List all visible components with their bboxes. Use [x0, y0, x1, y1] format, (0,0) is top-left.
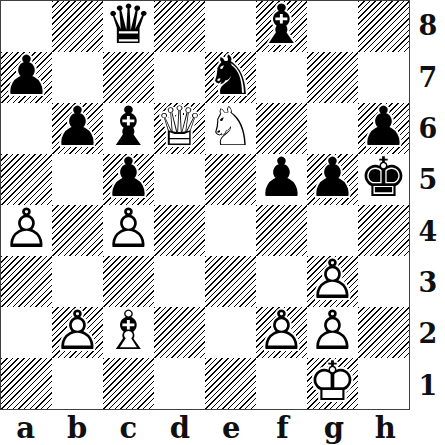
square-c8: ♛♛ — [103, 1, 154, 52]
square-b1 — [52, 358, 103, 409]
rank-label-8: 8 — [411, 0, 445, 51]
square-c3 — [103, 256, 154, 307]
square-d8 — [154, 1, 205, 52]
white-king-icon: ♔ — [308, 355, 356, 409]
square-f2: ♟♙ — [256, 307, 307, 358]
white-king: ♚♔ — [307, 358, 358, 409]
square-d3 — [154, 256, 205, 307]
black-pawn-halo: ♟ — [2, 49, 50, 103]
white-queen-icon: ♕ — [155, 100, 203, 154]
black-pawn: ♟♟ — [52, 103, 103, 154]
rank-label-2: 2 — [411, 308, 445, 359]
square-f8: ♝♝ — [256, 1, 307, 52]
square-b4 — [52, 205, 103, 256]
white-knight-icon: ♘ — [206, 100, 254, 154]
square-f1 — [256, 358, 307, 409]
rank-label-4: 4 — [411, 206, 445, 257]
black-knight-halo: ♞ — [206, 49, 254, 103]
square-e5 — [205, 154, 256, 205]
square-h8 — [358, 1, 409, 52]
file-label-f: f — [257, 411, 308, 445]
black-knight: ♞♞ — [205, 52, 256, 103]
black-bishop-icon: ♝ — [257, 0, 305, 52]
chess-diagram: ♛♛♝♝♟♟♞♞♟♟♝♝♛♕♞♘♟♟♟♟♟♟♟♟♚♚♟♙♟♙♟♙♟♙♝♗♟♙♟♙… — [0, 0, 445, 445]
rank-label-7: 7 — [411, 51, 445, 102]
black-pawn-halo: ♟ — [308, 151, 356, 205]
square-b5 — [52, 154, 103, 205]
white-pawn-halo: ♟ — [2, 202, 50, 256]
square-c6: ♝♝ — [103, 103, 154, 154]
square-e1 — [205, 358, 256, 409]
square-g3: ♟♙ — [307, 256, 358, 307]
square-a8 — [1, 1, 52, 52]
black-pawn-halo: ♟ — [359, 100, 407, 154]
square-a1 — [1, 358, 52, 409]
black-pawn-halo: ♟ — [53, 100, 101, 154]
white-king-halo: ♚ — [308, 355, 356, 409]
black-pawn-icon: ♟ — [359, 100, 407, 154]
square-h5: ♚♚ — [358, 154, 409, 205]
file-label-h: h — [360, 411, 411, 445]
square-d1 — [154, 358, 205, 409]
white-pawn: ♟♙ — [52, 307, 103, 358]
square-h3 — [358, 256, 409, 307]
white-pawn: ♟♙ — [307, 256, 358, 307]
square-a5 — [1, 154, 52, 205]
file-label-c: c — [103, 411, 154, 445]
white-pawn-icon: ♙ — [308, 253, 356, 307]
square-e3 — [205, 256, 256, 307]
black-pawn-icon: ♟ — [257, 151, 305, 205]
file-label-e: e — [206, 411, 257, 445]
square-f7 — [256, 52, 307, 103]
black-queen-halo: ♛ — [104, 0, 152, 52]
black-pawn: ♟♟ — [358, 103, 409, 154]
square-g8 — [307, 1, 358, 52]
white-pawn-icon: ♙ — [53, 304, 101, 358]
square-a7: ♟♟ — [1, 52, 52, 103]
black-pawn: ♟♟ — [256, 154, 307, 205]
white-pawn-icon: ♙ — [2, 202, 50, 256]
white-pawn-icon: ♙ — [104, 202, 152, 256]
white-pawn-halo: ♟ — [308, 304, 356, 358]
square-f3 — [256, 256, 307, 307]
black-pawn-icon: ♟ — [53, 100, 101, 154]
square-h7 — [358, 52, 409, 103]
black-pawn-halo: ♟ — [104, 151, 152, 205]
black-king: ♚♚ — [358, 154, 409, 205]
black-bishop: ♝♝ — [256, 1, 307, 52]
black-bishop: ♝♝ — [103, 103, 154, 154]
black-queen: ♛♛ — [103, 1, 154, 52]
black-king-halo: ♚ — [359, 151, 407, 205]
file-labels: abcdefgh — [0, 411, 411, 445]
square-b8 — [52, 1, 103, 52]
black-pawn-halo: ♟ — [257, 151, 305, 205]
white-queen-halo: ♛ — [155, 100, 203, 154]
white-knight-halo: ♞ — [206, 100, 254, 154]
black-pawn: ♟♟ — [103, 154, 154, 205]
square-e7: ♞♞ — [205, 52, 256, 103]
square-d6: ♛♕ — [154, 103, 205, 154]
square-b7 — [52, 52, 103, 103]
square-c2: ♝♗ — [103, 307, 154, 358]
square-g2: ♟♙ — [307, 307, 358, 358]
square-e6: ♞♘ — [205, 103, 256, 154]
rank-label-6: 6 — [411, 103, 445, 154]
file-label-g: g — [308, 411, 359, 445]
black-bishop-icon: ♝ — [104, 100, 152, 154]
square-c4: ♟♙ — [103, 205, 154, 256]
file-label-b: b — [51, 411, 102, 445]
black-bishop-halo: ♝ — [104, 100, 152, 154]
white-bishop-halo: ♝ — [104, 304, 152, 358]
board: ♛♛♝♝♟♟♞♞♟♟♝♝♛♕♞♘♟♟♟♟♟♟♟♟♚♚♟♙♟♙♟♙♟♙♝♗♟♙♟♙… — [0, 0, 410, 410]
black-pawn: ♟♟ — [307, 154, 358, 205]
square-h2 — [358, 307, 409, 358]
square-f5: ♟♟ — [256, 154, 307, 205]
square-c5: ♟♟ — [103, 154, 154, 205]
black-pawn: ♟♟ — [1, 52, 52, 103]
square-f6 — [256, 103, 307, 154]
square-a2 — [1, 307, 52, 358]
square-h4 — [358, 205, 409, 256]
file-label-a: a — [0, 411, 51, 445]
square-g5: ♟♟ — [307, 154, 358, 205]
square-d2 — [154, 307, 205, 358]
white-pawn: ♟♙ — [256, 307, 307, 358]
rank-label-5: 5 — [411, 154, 445, 205]
black-queen-icon: ♛ — [104, 0, 152, 52]
white-knight: ♞♘ — [205, 103, 256, 154]
square-c1 — [103, 358, 154, 409]
square-e2 — [205, 307, 256, 358]
white-bishop-icon: ♗ — [104, 304, 152, 358]
white-pawn-halo: ♟ — [53, 304, 101, 358]
black-pawn-icon: ♟ — [2, 49, 50, 103]
rank-label-1: 1 — [411, 360, 445, 411]
white-pawn-icon: ♙ — [308, 304, 356, 358]
white-pawn-icon: ♙ — [257, 304, 305, 358]
square-g7 — [307, 52, 358, 103]
square-g6 — [307, 103, 358, 154]
black-king-icon: ♚ — [359, 151, 407, 205]
square-g1: ♚♔ — [307, 358, 358, 409]
square-d7 — [154, 52, 205, 103]
square-b6: ♟♟ — [52, 103, 103, 154]
white-pawn-halo: ♟ — [308, 253, 356, 307]
square-h1 — [358, 358, 409, 409]
white-pawn-halo: ♟ — [104, 202, 152, 256]
square-g4 — [307, 205, 358, 256]
rank-labels: 87654321 — [411, 0, 445, 411]
black-bishop-halo: ♝ — [257, 0, 305, 52]
square-d5 — [154, 154, 205, 205]
white-bishop: ♝♗ — [103, 307, 154, 358]
white-pawn: ♟♙ — [307, 307, 358, 358]
square-e8 — [205, 1, 256, 52]
square-b2: ♟♙ — [52, 307, 103, 358]
square-d4 — [154, 205, 205, 256]
square-h6: ♟♟ — [358, 103, 409, 154]
file-label-d: d — [154, 411, 205, 445]
square-f4 — [256, 205, 307, 256]
white-pawn-halo: ♟ — [257, 304, 305, 358]
square-b3 — [52, 256, 103, 307]
black-pawn-icon: ♟ — [104, 151, 152, 205]
square-c7 — [103, 52, 154, 103]
rank-label-3: 3 — [411, 257, 445, 308]
square-a6 — [1, 103, 52, 154]
square-a3 — [1, 256, 52, 307]
white-pawn: ♟♙ — [103, 205, 154, 256]
square-a4: ♟♙ — [1, 205, 52, 256]
black-pawn-icon: ♟ — [308, 151, 356, 205]
black-knight-icon: ♞ — [206, 49, 254, 103]
white-queen: ♛♕ — [154, 103, 205, 154]
square-e4 — [205, 205, 256, 256]
white-pawn: ♟♙ — [1, 205, 52, 256]
